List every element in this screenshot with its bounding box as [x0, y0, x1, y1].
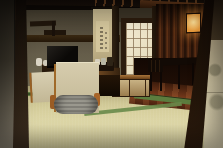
tea-kettle [36, 58, 42, 66]
wall-lamp [186, 13, 201, 34]
corridor-table-leg [178, 65, 180, 89]
tray-glass [101, 58, 106, 65]
corridor-chair-leg [160, 72, 162, 89]
corridor-chair [148, 60, 163, 72]
fusuma-divider [204, 92, 223, 93]
scroll-calligraphy-column [100, 27, 103, 49]
floor-chair-cushion [54, 95, 98, 114]
staggered-shelf-post [52, 21, 55, 36]
scroll-calligraphy-column [105, 30, 107, 49]
staggered-shelf-lower [44, 30, 66, 35]
japanese-room-photo [0, 0, 223, 148]
doorway-edge-left [0, 0, 15, 148]
corridor-chair-leg [150, 72, 152, 91]
tray-pot [107, 57, 113, 66]
